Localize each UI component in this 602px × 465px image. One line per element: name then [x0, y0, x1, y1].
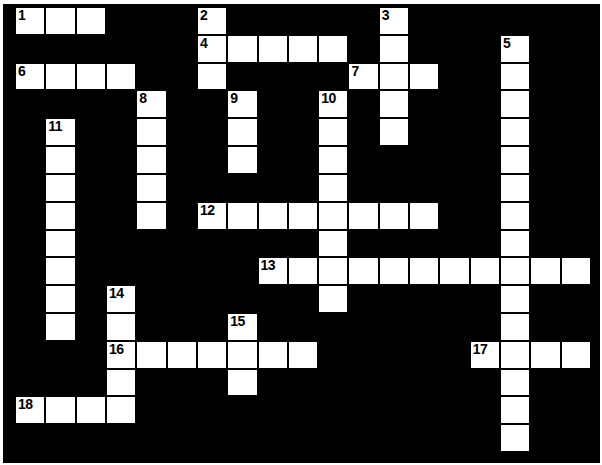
cell-r14-c2[interactable]: [76, 396, 106, 424]
clue-number-12: 12: [200, 203, 215, 218]
block-cell: [45, 341, 75, 369]
cell-r12-c7[interactable]: [227, 341, 257, 369]
cell-r5-c10[interactable]: [318, 146, 348, 174]
block-cell: [258, 424, 288, 452]
cell-r2-c2[interactable]: [76, 63, 106, 91]
cell-r6-c10[interactable]: [318, 174, 348, 202]
block-cell: [15, 285, 45, 313]
block-cell: [258, 285, 288, 313]
block-cell: [227, 174, 257, 202]
block-cell: [136, 396, 166, 424]
block-cell: [470, 202, 500, 230]
cell-r1-c12[interactable]: [379, 35, 409, 63]
block-cell: [561, 313, 591, 341]
cell-r2-c1[interactable]: [45, 63, 75, 91]
block-cell: [258, 146, 288, 174]
block-cell: [379, 424, 409, 452]
clue-number-9: 9: [230, 91, 237, 106]
block-cell: [15, 35, 45, 63]
cell-r10-c10[interactable]: [318, 285, 348, 313]
block-cell: [409, 90, 439, 118]
block-cell: [318, 424, 348, 452]
block-cell: [76, 285, 106, 313]
block-cell: [258, 63, 288, 91]
cell-r8-c10[interactable]: [318, 230, 348, 258]
block-cell: [318, 341, 348, 369]
cell-r9-c1[interactable]: [45, 257, 75, 285]
block-cell: [439, 118, 469, 146]
cell-r12-c9[interactable]: [288, 341, 318, 369]
block-cell: [167, 424, 197, 452]
block-cell: [348, 7, 378, 35]
block-cell: [45, 35, 75, 63]
cell-r9-c16[interactable]: [500, 257, 530, 285]
block-cell: [379, 313, 409, 341]
block-cell: [76, 341, 106, 369]
block-cell: [106, 90, 136, 118]
block-cell: [530, 146, 560, 174]
block-cell: [227, 63, 257, 91]
block-cell: [470, 174, 500, 202]
block-cell: [561, 396, 591, 424]
cell-r0-c2[interactable]: [76, 7, 106, 35]
block-cell: [15, 257, 45, 285]
block-cell: [439, 285, 469, 313]
cell-r7-c8[interactable]: [258, 202, 288, 230]
block-cell: [15, 146, 45, 174]
block-cell: [409, 341, 439, 369]
block-cell: [288, 146, 318, 174]
block-cell: [530, 285, 560, 313]
cell-r4-c16[interactable]: [500, 118, 530, 146]
block-cell: [258, 396, 288, 424]
block-cell: [530, 230, 560, 258]
clue-number-18: 18: [18, 397, 33, 412]
cell-r9-c15[interactable]: [470, 257, 500, 285]
cell-r13-c16[interactable]: [500, 369, 530, 397]
block-cell: [227, 230, 257, 258]
cell-r10-c1[interactable]: [45, 285, 75, 313]
block-cell: [409, 313, 439, 341]
cell-r10-c16[interactable]: [500, 285, 530, 313]
block-cell: [136, 285, 166, 313]
block-cell: [136, 257, 166, 285]
block-cell: [136, 313, 166, 341]
block-cell: [561, 174, 591, 202]
block-cell: [439, 90, 469, 118]
cell-r15-c16[interactable]: [500, 424, 530, 452]
cell-r1-c10[interactable]: [318, 35, 348, 63]
block-cell: [106, 202, 136, 230]
crossword-page: 123456789101112131415161718: [0, 0, 602, 465]
block-cell: [258, 7, 288, 35]
block-cell: [15, 230, 45, 258]
block-cell: [167, 369, 197, 397]
block-cell: [439, 7, 469, 35]
block-cell: [530, 118, 560, 146]
block-cell: [409, 7, 439, 35]
cell-r4-c12[interactable]: [379, 118, 409, 146]
block-cell: [15, 369, 45, 397]
block-cell: [45, 369, 75, 397]
clue-number-10: 10: [321, 91, 336, 106]
cell-r0-c6[interactable]: 2: [197, 7, 227, 35]
block-cell: [470, 313, 500, 341]
block-cell: [167, 396, 197, 424]
cell-r1-c6[interactable]: 4: [197, 35, 227, 63]
cell-r2-c6[interactable]: [197, 63, 227, 91]
block-cell: [76, 369, 106, 397]
block-cell: [197, 174, 227, 202]
cell-r13-c3[interactable]: [106, 369, 136, 397]
cell-r0-c12[interactable]: 3: [379, 7, 409, 35]
block-cell: [530, 90, 560, 118]
clue-number-11: 11: [48, 119, 62, 134]
block-cell: [106, 7, 136, 35]
block-cell: [561, 202, 591, 230]
cell-r6-c1[interactable]: [45, 174, 75, 202]
cell-r9-c18[interactable]: [561, 257, 591, 285]
block-cell: [439, 424, 469, 452]
cell-r5-c16[interactable]: [500, 146, 530, 174]
block-cell: [439, 230, 469, 258]
block-cell: [15, 90, 45, 118]
cell-r6-c4[interactable]: [136, 174, 166, 202]
clue-number-13: 13: [261, 258, 276, 273]
block-cell: [379, 174, 409, 202]
block-cell: [348, 396, 378, 424]
block-cell: [561, 230, 591, 258]
block-cell: [470, 285, 500, 313]
block-cell: [106, 174, 136, 202]
block-cell: [409, 146, 439, 174]
clue-number-8: 8: [139, 91, 146, 106]
cell-r11-c7[interactable]: 15: [227, 313, 257, 341]
cell-r12-c15[interactable]: 17: [470, 341, 500, 369]
block-cell: [561, 285, 591, 313]
block-cell: [348, 424, 378, 452]
block-cell: [288, 285, 318, 313]
cell-r12-c5[interactable]: [167, 341, 197, 369]
block-cell: [530, 35, 560, 63]
cell-r3-c7[interactable]: 9: [227, 90, 257, 118]
block-cell: [379, 341, 409, 369]
block-cell: [470, 63, 500, 91]
cell-r11-c16[interactable]: [500, 313, 530, 341]
cell-r7-c13[interactable]: [409, 202, 439, 230]
cell-r2-c12[interactable]: [379, 63, 409, 91]
block-cell: [288, 396, 318, 424]
block-cell: [439, 313, 469, 341]
block-cell: [439, 146, 469, 174]
cell-r1-c8[interactable]: [258, 35, 288, 63]
block-cell: [288, 90, 318, 118]
block-cell: [45, 424, 75, 452]
block-cell: [409, 230, 439, 258]
block-cell: [76, 35, 106, 63]
cell-r12-c3[interactable]: 16: [106, 341, 136, 369]
block-cell: [561, 90, 591, 118]
cell-r0-c1[interactable]: [45, 7, 75, 35]
block-cell: [167, 230, 197, 258]
block-cell: [76, 174, 106, 202]
block-cell: [197, 90, 227, 118]
cell-r7-c10[interactable]: [318, 202, 348, 230]
block-cell: [76, 313, 106, 341]
cell-r7-c4[interactable]: [136, 202, 166, 230]
cell-r9-c10[interactable]: [318, 257, 348, 285]
block-cell: [530, 369, 560, 397]
cell-r12-c17[interactable]: [530, 341, 560, 369]
cell-r5-c1[interactable]: [45, 146, 75, 174]
cell-r11-c1[interactable]: [45, 313, 75, 341]
cell-r2-c3[interactable]: [106, 63, 136, 91]
block-cell: [530, 63, 560, 91]
cell-r5-c4[interactable]: [136, 146, 166, 174]
block-cell: [76, 90, 106, 118]
cell-r9-c13[interactable]: [409, 257, 439, 285]
cell-r9-c8[interactable]: 13: [258, 257, 288, 285]
cell-r9-c17[interactable]: [530, 257, 560, 285]
block-cell: [561, 63, 591, 91]
block-cell: [530, 424, 560, 452]
cell-r1-c16[interactable]: 5: [500, 35, 530, 63]
block-cell: [106, 118, 136, 146]
block-cell: [106, 146, 136, 174]
block-cell: [318, 313, 348, 341]
block-cell: [227, 396, 257, 424]
block-cell: [439, 396, 469, 424]
clue-number-2: 2: [200, 8, 207, 23]
cell-r1-c7[interactable]: [227, 35, 257, 63]
block-cell: [288, 313, 318, 341]
block-cell: [318, 396, 348, 424]
block-cell: [470, 369, 500, 397]
cell-r7-c9[interactable]: [288, 202, 318, 230]
cell-r14-c1[interactable]: [45, 396, 75, 424]
block-cell: [500, 7, 530, 35]
block-cell: [439, 341, 469, 369]
block-cell: [167, 63, 197, 91]
cell-r7-c16[interactable]: [500, 202, 530, 230]
block-cell: [258, 369, 288, 397]
block-cell: [76, 118, 106, 146]
block-cell: [470, 90, 500, 118]
cell-r4-c7[interactable]: [227, 118, 257, 146]
cell-r14-c0[interactable]: 18: [15, 396, 45, 424]
block-cell: [15, 118, 45, 146]
cell-r8-c16[interactable]: [500, 230, 530, 258]
cell-r13-c7[interactable]: [227, 369, 257, 397]
block-cell: [167, 313, 197, 341]
cell-r10-c3[interactable]: 14: [106, 285, 136, 313]
cell-r7-c11[interactable]: [348, 202, 378, 230]
block-cell: [76, 202, 106, 230]
block-cell: [136, 7, 166, 35]
cell-r3-c10[interactable]: 10: [318, 90, 348, 118]
block-cell: [197, 369, 227, 397]
block-cell: [348, 90, 378, 118]
cell-r4-c4[interactable]: [136, 118, 166, 146]
block-cell: [258, 174, 288, 202]
block-cell: [409, 424, 439, 452]
block-cell: [45, 90, 75, 118]
block-cell: [348, 285, 378, 313]
block-cell: [530, 396, 560, 424]
block-cell: [561, 424, 591, 452]
block-cell: [439, 35, 469, 63]
block-cell: [470, 7, 500, 35]
block-cell: [318, 369, 348, 397]
clue-number-17: 17: [473, 342, 488, 357]
block-cell: [258, 313, 288, 341]
cell-r5-c7[interactable]: [227, 146, 257, 174]
block-cell: [379, 369, 409, 397]
cell-r4-c10[interactable]: [318, 118, 348, 146]
block-cell: [288, 118, 318, 146]
block-cell: [15, 313, 45, 341]
cell-r7-c12[interactable]: [379, 202, 409, 230]
cell-r2-c0[interactable]: 6: [15, 63, 45, 91]
clue-number-14: 14: [109, 286, 124, 301]
cell-r4-c1[interactable]: 11: [45, 118, 75, 146]
block-cell: [348, 174, 378, 202]
clue-number-16: 16: [109, 342, 124, 357]
block-cell: [167, 118, 197, 146]
block-cell: [379, 230, 409, 258]
block-cell: [470, 35, 500, 63]
clue-number-7: 7: [351, 64, 358, 79]
block-cell: [258, 118, 288, 146]
block-cell: [136, 230, 166, 258]
block-cell: [409, 174, 439, 202]
block-cell: [530, 7, 560, 35]
block-cell: [106, 230, 136, 258]
block-cell: [439, 202, 469, 230]
block-cell: [561, 369, 591, 397]
cell-r2-c11[interactable]: 7: [348, 63, 378, 91]
block-cell: [288, 63, 318, 91]
block-cell: [136, 63, 166, 91]
block-cell: [106, 424, 136, 452]
block-cell: [167, 90, 197, 118]
cell-r3-c16[interactable]: [500, 90, 530, 118]
block-cell: [470, 118, 500, 146]
block-cell: [76, 230, 106, 258]
cell-r9-c9[interactable]: [288, 257, 318, 285]
block-cell: [470, 146, 500, 174]
cell-r9-c12[interactable]: [379, 257, 409, 285]
block-cell: [227, 7, 257, 35]
block-cell: [318, 7, 348, 35]
cell-r14-c3[interactable]: [106, 396, 136, 424]
cell-r3-c4[interactable]: 8: [136, 90, 166, 118]
block-cell: [227, 257, 257, 285]
block-cell: [288, 369, 318, 397]
cell-r0-c0[interactable]: 1: [15, 7, 45, 35]
block-cell: [379, 396, 409, 424]
cell-r12-c18[interactable]: [561, 341, 591, 369]
cell-r7-c7[interactable]: [227, 202, 257, 230]
block-cell: [15, 202, 45, 230]
cell-r9-c14[interactable]: [439, 257, 469, 285]
block-cell: [530, 202, 560, 230]
block-cell: [409, 396, 439, 424]
block-cell: [197, 396, 227, 424]
clue-number-3: 3: [382, 8, 389, 23]
block-cell: [167, 257, 197, 285]
clue-number-15: 15: [230, 314, 245, 329]
cell-r3-c12[interactable]: [379, 90, 409, 118]
block-cell: [15, 424, 45, 452]
cell-r1-c9[interactable]: [288, 35, 318, 63]
block-cell: [409, 285, 439, 313]
block-cell: [288, 230, 318, 258]
cell-r7-c1[interactable]: [45, 202, 75, 230]
block-cell: [167, 35, 197, 63]
clue-number-6: 6: [18, 64, 25, 79]
block-cell: [348, 341, 378, 369]
block-cell: [197, 230, 227, 258]
cell-r12-c6[interactable]: [197, 341, 227, 369]
cell-r12-c16[interactable]: [500, 341, 530, 369]
block-cell: [15, 174, 45, 202]
block-cell: [439, 369, 469, 397]
block-cell: [167, 174, 197, 202]
block-cell: [106, 35, 136, 63]
block-cell: [258, 90, 288, 118]
cell-r2-c13[interactable]: [409, 63, 439, 91]
block-cell: [76, 424, 106, 452]
block-cell: [136, 369, 166, 397]
cell-r7-c6[interactable]: 12: [197, 202, 227, 230]
cell-r6-c16[interactable]: [500, 174, 530, 202]
cell-r12-c4[interactable]: [136, 341, 166, 369]
cell-r8-c1[interactable]: [45, 230, 75, 258]
block-cell: [470, 230, 500, 258]
block-cell: [318, 63, 348, 91]
block-cell: [197, 118, 227, 146]
block-cell: [470, 424, 500, 452]
block-cell: [197, 313, 227, 341]
block-cell: [439, 63, 469, 91]
block-cell: [561, 35, 591, 63]
cell-r11-c3[interactable]: [106, 313, 136, 341]
block-cell: [227, 285, 257, 313]
block-cell: [348, 146, 378, 174]
cell-r2-c16[interactable]: [500, 63, 530, 91]
cell-r9-c11[interactable]: [348, 257, 378, 285]
block-cell: [288, 174, 318, 202]
block-cell: [167, 7, 197, 35]
clue-number-4: 4: [200, 36, 207, 51]
block-cell: [136, 35, 166, 63]
cell-r12-c8[interactable]: [258, 341, 288, 369]
block-cell: [106, 257, 136, 285]
block-cell: [348, 118, 378, 146]
block-cell: [379, 285, 409, 313]
clue-number-5: 5: [503, 36, 510, 51]
block-cell: [348, 313, 378, 341]
block-cell: [348, 35, 378, 63]
block-cell: [288, 424, 318, 452]
block-cell: [409, 369, 439, 397]
block-cell: [470, 396, 500, 424]
block-cell: [561, 118, 591, 146]
block-cell: [197, 424, 227, 452]
block-cell: [439, 174, 469, 202]
cell-r14-c16[interactable]: [500, 396, 530, 424]
